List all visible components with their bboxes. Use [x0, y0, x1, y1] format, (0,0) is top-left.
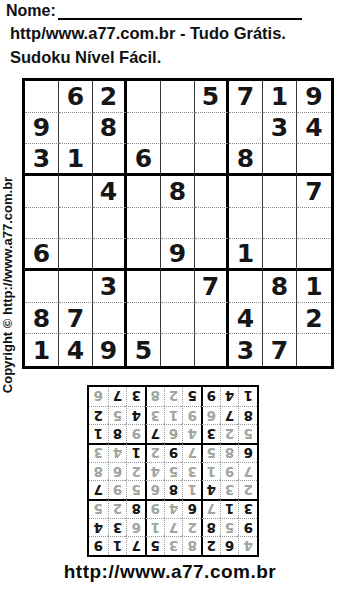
puzzle-cell-r1c6: 5 — [195, 81, 229, 113]
puzzle-cell-r5c9 — [297, 208, 331, 240]
solution-cell-r4c9: 7 — [89, 480, 108, 499]
solution-cell-r1c1: 4 — [238, 536, 257, 555]
puzzle-cell-r1c9: 9 — [297, 81, 331, 113]
solution-grid-rotated: 4628357199582716343176498252341865977913… — [87, 385, 259, 557]
puzzle-cell-r9c5 — [161, 334, 195, 366]
solution-cell-r8c3: 6 — [201, 406, 220, 425]
puzzle-cell-r6c8 — [263, 239, 297, 271]
solution-cell-r6c5: 9 — [164, 443, 183, 462]
solution-cell-r8c7: 4 — [126, 406, 145, 425]
solution-cell-r5c8: 6 — [108, 462, 127, 481]
puzzle-cell-r9c7: 3 — [229, 334, 263, 366]
puzzle-cell-r7c2 — [59, 271, 93, 303]
puzzle-cell-r8c7: 4 — [229, 303, 263, 335]
solution-cell-r7c3: 3 — [201, 424, 220, 443]
puzzle-cell-r5c5 — [161, 208, 195, 240]
solution-cell-r3c5: 4 — [164, 499, 183, 518]
puzzle-cell-r1c5 — [161, 81, 195, 113]
puzzle-cell-r9c2: 4 — [59, 334, 93, 366]
puzzle-cell-r6c7: 1 — [229, 239, 263, 271]
puzzle-cell-r9c6 — [195, 334, 229, 366]
puzzle-cell-r4c2 — [59, 176, 93, 208]
solution-cell-r4c2: 3 — [220, 480, 239, 499]
puzzle-cell-r5c1 — [25, 208, 59, 240]
solution-cell-r6c3: 5 — [201, 443, 220, 462]
solution-cell-r1c3: 2 — [201, 536, 220, 555]
solution-cell-r7c8: 8 — [108, 424, 127, 443]
solution-cell-r2c3: 8 — [201, 518, 220, 537]
puzzle-cell-r9c8: 7 — [263, 334, 297, 366]
solution-cell-r7c5: 6 — [164, 424, 183, 443]
solution-cell-r6c2: 8 — [220, 443, 239, 462]
solution-cell-r5c3: 1 — [201, 462, 220, 481]
solution-cell-r8c6: 3 — [145, 406, 164, 425]
solution-cell-r9c1: 1 — [238, 387, 257, 406]
puzzle-cell-r4c4 — [127, 176, 161, 208]
solution-cell-r3c4: 6 — [182, 499, 201, 518]
puzzle-cell-r6c6 — [195, 239, 229, 271]
solution-cell-r7c4: 4 — [182, 424, 201, 443]
solution-cell-r2c5: 7 — [164, 518, 183, 537]
solution-cell-r9c9: 6 — [89, 387, 108, 406]
puzzle-cell-r2c9: 4 — [297, 113, 331, 145]
puzzle-cell-r8c3 — [93, 303, 127, 335]
puzzle-cell-r5c2 — [59, 208, 93, 240]
puzzle-cell-r3c5 — [161, 144, 195, 176]
puzzle-cell-r6c2 — [59, 239, 93, 271]
solution-cell-r5c2: 9 — [220, 462, 239, 481]
puzzle-cell-r3c6 — [195, 144, 229, 176]
solution-cell-r9c7: 3 — [126, 387, 145, 406]
puzzle-cell-r5c4 — [127, 208, 161, 240]
puzzle-cell-r3c3 — [93, 144, 127, 176]
puzzle-cell-r2c5 — [161, 113, 195, 145]
solution-cell-r5c4: 3 — [182, 462, 201, 481]
solution-cell-r6c4: 7 — [182, 443, 201, 462]
puzzle-cell-r3c4: 6 — [127, 144, 161, 176]
solution-cell-r5c7: 2 — [126, 462, 145, 481]
solution-cell-r3c7: 8 — [126, 499, 145, 518]
puzzle-cell-r9c3: 9 — [93, 334, 127, 366]
puzzle-cell-r5c6 — [195, 208, 229, 240]
solution-cell-r8c5: 1 — [164, 406, 183, 425]
puzzle-cell-r1c1 — [25, 81, 59, 113]
puzzle-cell-r7c4 — [127, 271, 161, 303]
puzzle-cell-r8c9: 2 — [297, 303, 331, 335]
solution-cell-r1c9: 9 — [89, 536, 108, 555]
puzzle-cell-r7c5 — [161, 271, 195, 303]
puzzle-cell-r7c3: 3 — [93, 271, 127, 303]
solution-cell-r1c8: 1 — [108, 536, 127, 555]
puzzle-cell-r6c1: 6 — [25, 239, 59, 271]
puzzle-cell-r7c9: 1 — [297, 271, 331, 303]
solution-cell-r1c2: 6 — [220, 536, 239, 555]
solution-cell-r3c3: 7 — [201, 499, 220, 518]
solution-cell-r5c9: 8 — [89, 462, 108, 481]
puzzle-grid: 6257199834316848769137818742149537 — [22, 78, 334, 369]
puzzle-cell-r5c3 — [93, 208, 127, 240]
solution-cell-r4c6: 6 — [145, 480, 164, 499]
puzzle-cell-r9c9 — [297, 334, 331, 366]
puzzle-cell-r8c4 — [127, 303, 161, 335]
puzzle-cell-r3c7: 8 — [229, 144, 263, 176]
solution-cell-r9c8: 7 — [108, 387, 127, 406]
puzzle-cell-r3c2: 1 — [59, 144, 93, 176]
puzzle-cell-r2c2 — [59, 113, 93, 145]
solution-cell-r8c4: 9 — [182, 406, 201, 425]
solution-cell-r9c4: 5 — [182, 387, 201, 406]
puzzle-cell-r4c8 — [263, 176, 297, 208]
footer-url: http://www.a77.com.br — [0, 561, 340, 583]
puzzle-cell-r8c6 — [195, 303, 229, 335]
puzzle-cell-r2c8: 3 — [263, 113, 297, 145]
solution-cell-r1c5: 3 — [164, 536, 183, 555]
puzzle-cell-r7c6: 7 — [195, 271, 229, 303]
vertical-copyright-text: Copyright © http://www.a77.com.br — [0, 140, 18, 430]
puzzle-cell-r4c9: 7 — [297, 176, 331, 208]
puzzle-cell-r6c9 — [297, 239, 331, 271]
solution-cell-r8c2: 7 — [220, 406, 239, 425]
puzzle-cell-r8c8 — [263, 303, 297, 335]
puzzle-cell-r6c3 — [93, 239, 127, 271]
printable-sudoku-page: Nome: http/www.a77.com.br - Tudo Grátis.… — [0, 0, 340, 596]
solution-cell-r7c7: 9 — [126, 424, 145, 443]
solution-cell-r5c6: 4 — [145, 462, 164, 481]
puzzle-cell-r8c5 — [161, 303, 195, 335]
puzzle-cell-r5c7 — [229, 208, 263, 240]
solution-cell-r2c4: 2 — [182, 518, 201, 537]
puzzle-cell-r4c3: 4 — [93, 176, 127, 208]
solution-cell-r9c6: 8 — [145, 387, 164, 406]
solution-cell-r5c5: 5 — [164, 462, 183, 481]
puzzle-cell-r8c2: 7 — [59, 303, 93, 335]
puzzle-cell-r6c5: 9 — [161, 239, 195, 271]
solution-cell-r7c2: 2 — [220, 424, 239, 443]
solution-cell-r6c7: 1 — [126, 443, 145, 462]
puzzle-cell-r4c6 — [195, 176, 229, 208]
puzzle-cell-r7c8: 8 — [263, 271, 297, 303]
solution-cell-r1c6: 5 — [145, 536, 164, 555]
solution-cell-r7c9: 1 — [89, 424, 108, 443]
solution-cell-r3c1: 3 — [238, 499, 257, 518]
puzzle-cell-r1c4 — [127, 81, 161, 113]
solution-cell-r2c9: 4 — [89, 518, 108, 537]
puzzle-cell-r3c8 — [263, 144, 297, 176]
puzzle-cell-r4c1 — [25, 176, 59, 208]
solution-cell-r8c8: 5 — [108, 406, 127, 425]
solution-cell-r4c3: 4 — [201, 480, 220, 499]
puzzle-level-title: Sudoku Nível Fácil. — [10, 48, 161, 67]
puzzle-cell-r9c1: 1 — [25, 334, 59, 366]
puzzle-cell-r1c3: 2 — [93, 81, 127, 113]
solution-cell-r2c2: 5 — [220, 518, 239, 537]
puzzle-cell-r7c1 — [25, 271, 59, 303]
solution-cell-r3c8: 2 — [108, 499, 127, 518]
solution-cell-r3c9: 5 — [89, 499, 108, 518]
puzzle-cell-r5c8 — [263, 208, 297, 240]
puzzle-cell-r1c7: 7 — [229, 81, 263, 113]
solution-cell-r8c9: 2 — [89, 406, 108, 425]
solution-cell-r5c1: 7 — [238, 462, 257, 481]
puzzle-cell-r9c4: 5 — [127, 334, 161, 366]
solution-cell-r3c6: 9 — [145, 499, 164, 518]
puzzle-cell-r2c7 — [229, 113, 263, 145]
solution-cell-r2c8: 3 — [108, 518, 127, 537]
solution-cell-r2c6: 1 — [145, 518, 164, 537]
solution-cell-r4c4: 1 — [182, 480, 201, 499]
puzzle-cell-r8c1: 8 — [25, 303, 59, 335]
name-row: Nome: — [6, 2, 302, 20]
puzzle-cell-r1c8: 1 — [263, 81, 297, 113]
puzzle-cell-r7c7 — [229, 271, 263, 303]
puzzle-cell-r4c7 — [229, 176, 263, 208]
solution-cell-r9c2: 4 — [220, 387, 239, 406]
puzzle-cell-r2c6 — [195, 113, 229, 145]
solution-cell-r9c5: 2 — [164, 387, 183, 406]
solution-cell-r9c3: 9 — [201, 387, 220, 406]
solution-cell-r7c1: 5 — [238, 424, 257, 443]
solution-cell-r4c8: 9 — [108, 480, 127, 499]
puzzle-cell-r3c1: 3 — [25, 144, 59, 176]
solution-cell-r4c5: 8 — [164, 480, 183, 499]
solution-cell-r6c8: 4 — [108, 443, 127, 462]
solution-cell-r3c2: 1 — [220, 499, 239, 518]
puzzle-cell-r3c9 — [297, 144, 331, 176]
name-write-in-line — [58, 3, 302, 20]
solution-cell-r6c6: 2 — [145, 443, 164, 462]
solution-cell-r6c1: 6 — [238, 443, 257, 462]
puzzle-cell-r1c2: 6 — [59, 81, 93, 113]
puzzle-cell-r2c4 — [127, 113, 161, 145]
solution-cell-r4c1: 2 — [238, 480, 257, 499]
puzzle-cell-r2c1: 9 — [25, 113, 59, 145]
solution-cell-r4c7: 5 — [126, 480, 145, 499]
puzzle-cell-r2c3: 8 — [93, 113, 127, 145]
site-tagline: http/www.a77.com.br - Tudo Grátis. — [10, 24, 286, 43]
solution-cell-r2c1: 9 — [238, 518, 257, 537]
solution-cell-r7c6: 7 — [145, 424, 164, 443]
solution-cell-r1c4: 8 — [182, 536, 201, 555]
solution-cell-r6c9: 3 — [89, 443, 108, 462]
puzzle-cell-r4c5: 8 — [161, 176, 195, 208]
solution-cell-r2c7: 6 — [126, 518, 145, 537]
solution-cell-r1c7: 7 — [126, 536, 145, 555]
solution-cell-r8c1: 8 — [238, 406, 257, 425]
name-label: Nome: — [6, 2, 56, 20]
puzzle-cell-r6c4 — [127, 239, 161, 271]
